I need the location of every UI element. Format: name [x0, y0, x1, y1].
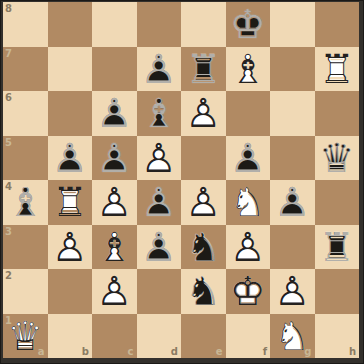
piece-white-pawn[interactable]: ♟♙ — [182, 181, 224, 223]
piece-glyph-outline: ♙ — [93, 270, 135, 312]
square-b3[interactable]: ♟♙ — [48, 225, 93, 270]
piece-glyph-outline: ♙ — [49, 226, 91, 268]
square-a4[interactable]: 4♝♗ — [3, 180, 48, 225]
rank-label: 3 — [5, 227, 12, 237]
piece-black-queen[interactable]: ♛♕ — [316, 137, 358, 179]
piece-white-rook[interactable]: ♜♖ — [316, 48, 358, 90]
piece-black-pawn[interactable]: ♟♙ — [138, 181, 180, 223]
square-d7[interactable]: ♟♙ — [137, 47, 182, 92]
square-b2[interactable] — [48, 269, 93, 314]
square-f2[interactable]: ♚♔ — [226, 269, 271, 314]
piece-glyph-outline: ♙ — [182, 181, 224, 223]
piece-glyph-outline: ♙ — [138, 48, 180, 90]
rank-label: 7 — [5, 49, 12, 59]
piece-black-bishop[interactable]: ♝♗ — [4, 181, 46, 223]
rank-label: 6 — [5, 93, 12, 103]
square-g2[interactable]: ♟♙ — [270, 269, 315, 314]
square-b8[interactable] — [48, 2, 93, 47]
square-d8[interactable] — [137, 2, 182, 47]
piece-glyph-outline: ♙ — [227, 137, 269, 179]
square-a6[interactable]: 6 — [3, 91, 48, 136]
square-c5[interactable]: ♟♙ — [92, 136, 137, 181]
piece-glyph-outline: ♙ — [182, 92, 224, 134]
piece-white-pawn[interactable]: ♟♙ — [182, 92, 224, 134]
piece-glyph-outline: ♙ — [227, 226, 269, 268]
square-g6[interactable] — [270, 91, 315, 136]
square-c8[interactable] — [92, 2, 137, 47]
piece-black-bishop[interactable]: ♝♗ — [138, 92, 180, 134]
square-d5[interactable]: ♟♙ — [137, 136, 182, 181]
square-c6[interactable]: ♟♙ — [92, 91, 137, 136]
square-e6[interactable]: ♟♙ — [181, 91, 226, 136]
square-g8[interactable] — [270, 2, 315, 47]
piece-glyph-outline: ♗ — [227, 48, 269, 90]
piece-glyph-outline: ♙ — [271, 270, 313, 312]
square-e8[interactable] — [181, 2, 226, 47]
piece-glyph-outline: ♙ — [93, 137, 135, 179]
square-f1[interactable]: f — [226, 314, 271, 359]
square-b7[interactable] — [48, 47, 93, 92]
square-h6[interactable] — [315, 91, 360, 136]
file-label: h — [349, 347, 356, 357]
square-h3[interactable]: ♜♖ — [315, 225, 360, 270]
square-h8[interactable] — [315, 2, 360, 47]
square-c7[interactable] — [92, 47, 137, 92]
piece-glyph-outline: ♔ — [227, 3, 269, 45]
piece-black-pawn[interactable]: ♟♙ — [227, 137, 269, 179]
square-a3[interactable]: 3 — [3, 225, 48, 270]
piece-glyph-outline: ♔ — [227, 270, 269, 312]
piece-black-pawn[interactable]: ♟♙ — [93, 137, 135, 179]
file-label: f — [263, 347, 267, 357]
piece-glyph-outline: ♙ — [138, 137, 180, 179]
square-h4[interactable] — [315, 180, 360, 225]
piece-black-pawn[interactable]: ♟♙ — [271, 181, 313, 223]
square-e1[interactable]: e — [181, 314, 226, 359]
piece-glyph-outline: ♖ — [182, 48, 224, 90]
piece-white-pawn[interactable]: ♟♙ — [93, 270, 135, 312]
piece-white-pawn[interactable]: ♟♙ — [138, 137, 180, 179]
square-f6[interactable] — [226, 91, 271, 136]
piece-white-queen[interactable]: ♛♕ — [4, 315, 46, 357]
square-d6[interactable]: ♝♗ — [137, 91, 182, 136]
piece-glyph-outline: ♙ — [49, 137, 91, 179]
square-g4[interactable]: ♟♙ — [270, 180, 315, 225]
square-a7[interactable]: 7 — [3, 47, 48, 92]
square-g3[interactable] — [270, 225, 315, 270]
piece-glyph-outline: ♘ — [227, 181, 269, 223]
square-c3[interactable]: ♝♗ — [92, 225, 137, 270]
square-e5[interactable] — [181, 136, 226, 181]
square-h2[interactable] — [315, 269, 360, 314]
square-d3[interactable]: ♟♙ — [137, 225, 182, 270]
square-a5[interactable]: 5 — [3, 136, 48, 181]
square-a8[interactable]: 8 — [3, 2, 48, 47]
square-b5[interactable]: ♟♙ — [48, 136, 93, 181]
piece-white-rook[interactable]: ♜♖ — [49, 181, 91, 223]
square-a1[interactable]: 1a♛♕ — [3, 314, 48, 359]
piece-glyph-outline: ♘ — [182, 226, 224, 268]
square-g7[interactable] — [270, 47, 315, 92]
piece-black-pawn[interactable]: ♟♙ — [138, 226, 180, 268]
piece-glyph-outline: ♘ — [271, 315, 313, 357]
rank-label: 2 — [5, 271, 12, 281]
file-label: b — [82, 347, 89, 357]
file-label: d — [171, 347, 178, 357]
piece-black-pawn[interactable]: ♟♙ — [93, 92, 135, 134]
piece-glyph-outline: ♕ — [4, 315, 46, 357]
piece-glyph-outline: ♙ — [93, 92, 135, 134]
square-d1[interactable]: d — [137, 314, 182, 359]
piece-glyph-outline: ♖ — [49, 181, 91, 223]
square-f8[interactable]: ♚♔ — [226, 2, 271, 47]
piece-glyph-outline: ♘ — [182, 270, 224, 312]
square-d4[interactable]: ♟♙ — [137, 180, 182, 225]
square-e2[interactable]: ♞♘ — [181, 269, 226, 314]
square-a2[interactable]: 2 — [3, 269, 48, 314]
piece-black-rook[interactable]: ♜♖ — [316, 226, 358, 268]
square-f7[interactable]: ♝♗ — [226, 47, 271, 92]
square-f3[interactable]: ♟♙ — [226, 225, 271, 270]
piece-white-pawn[interactable]: ♟♙ — [49, 226, 91, 268]
square-f5[interactable]: ♟♙ — [226, 136, 271, 181]
square-b1[interactable]: b — [48, 314, 93, 359]
piece-glyph-outline: ♖ — [316, 48, 358, 90]
piece-glyph-outline: ♖ — [316, 226, 358, 268]
square-e3[interactable]: ♞♘ — [181, 225, 226, 270]
piece-glyph-outline: ♗ — [4, 181, 46, 223]
piece-glyph-outline: ♙ — [93, 181, 135, 223]
piece-glyph-outline: ♗ — [138, 92, 180, 134]
piece-white-knight[interactable]: ♞♘ — [227, 181, 269, 223]
piece-black-pawn[interactable]: ♟♙ — [138, 48, 180, 90]
square-e7[interactable]: ♜♖ — [181, 47, 226, 92]
piece-white-pawn[interactable]: ♟♙ — [271, 270, 313, 312]
piece-glyph-outline: ♙ — [271, 181, 313, 223]
square-c2[interactable]: ♟♙ — [92, 269, 137, 314]
chess-board-frame: 8♚♔7♟♙♜♖♝♗♜♖6♟♙♝♗♟♙5♟♙♟♙♟♙♟♙♛♕4♝♗♜♖♟♙♟♙♟… — [0, 0, 364, 364]
square-b6[interactable] — [48, 91, 93, 136]
piece-glyph-outline: ♕ — [316, 137, 358, 179]
file-label: e — [216, 347, 223, 357]
square-h1[interactable]: h — [315, 314, 360, 359]
square-d2[interactable] — [137, 269, 182, 314]
file-label: c — [128, 347, 134, 357]
square-f4[interactable]: ♞♘ — [226, 180, 271, 225]
piece-black-knight[interactable]: ♞♘ — [182, 226, 224, 268]
square-c1[interactable]: c — [92, 314, 137, 359]
piece-glyph-outline: ♗ — [93, 226, 135, 268]
piece-glyph-outline: ♙ — [138, 226, 180, 268]
piece-black-pawn[interactable]: ♟♙ — [49, 137, 91, 179]
square-g1[interactable]: g♞♘ — [270, 314, 315, 359]
piece-black-king[interactable]: ♚♔ — [227, 3, 269, 45]
square-g5[interactable] — [270, 136, 315, 181]
chess-board: 8♚♔7♟♙♜♖♝♗♜♖6♟♙♝♗♟♙5♟♙♟♙♟♙♟♙♛♕4♝♗♜♖♟♙♟♙♟… — [3, 2, 359, 358]
piece-white-pawn[interactable]: ♟♙ — [227, 226, 269, 268]
piece-black-rook[interactable]: ♜♖ — [182, 48, 224, 90]
piece-white-knight[interactable]: ♞♘ — [271, 315, 313, 357]
piece-white-bishop[interactable]: ♝♗ — [93, 226, 135, 268]
rank-label: 8 — [5, 4, 12, 14]
square-h5[interactable]: ♛♕ — [315, 136, 360, 181]
piece-black-knight[interactable]: ♞♘ — [182, 270, 224, 312]
piece-white-pawn[interactable]: ♟♙ — [93, 181, 135, 223]
piece-white-bishop[interactable]: ♝♗ — [227, 48, 269, 90]
square-b4[interactable]: ♜♖ — [48, 180, 93, 225]
piece-white-king[interactable]: ♚♔ — [227, 270, 269, 312]
square-h7[interactable]: ♜♖ — [315, 47, 360, 92]
square-e4[interactable]: ♟♙ — [181, 180, 226, 225]
square-c4[interactable]: ♟♙ — [92, 180, 137, 225]
piece-glyph-outline: ♙ — [138, 181, 180, 223]
rank-label: 5 — [5, 138, 12, 148]
